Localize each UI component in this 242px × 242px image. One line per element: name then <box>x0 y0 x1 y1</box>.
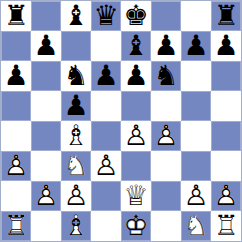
square-d7[interactable] <box>91 31 121 61</box>
black-pawn: ♟ <box>1 61 31 91</box>
white-pawn: ♟ <box>211 181 241 211</box>
white-pawn-outline: ♙ <box>61 181 91 211</box>
square-d6[interactable]: ♟ <box>91 61 121 91</box>
white-rook: ♜ <box>1 211 31 241</box>
square-a3[interactable]: ♟♙ <box>1 151 31 181</box>
white-bishop: ♝ <box>61 121 91 151</box>
square-e7[interactable]: ♝ <box>121 31 151 61</box>
white-pawn: ♟ <box>31 181 61 211</box>
square-b1[interactable] <box>31 211 61 241</box>
black-queen: ♛ <box>91 1 121 31</box>
square-g3[interactable] <box>181 151 211 181</box>
square-d4[interactable] <box>91 121 121 151</box>
square-g5[interactable] <box>181 91 211 121</box>
black-pawn: ♟ <box>211 31 241 61</box>
square-b7[interactable]: ♟ <box>31 31 61 61</box>
black-rook: ♜ <box>1 1 31 31</box>
square-f7[interactable]: ♟ <box>151 31 181 61</box>
square-a4[interactable] <box>1 121 31 151</box>
white-pawn: ♟ <box>91 151 121 181</box>
square-e6[interactable]: ♟ <box>121 61 151 91</box>
square-h1[interactable]: ♜♖ <box>211 211 241 241</box>
white-pawn: ♟ <box>1 151 31 181</box>
white-knight-outline: ♘ <box>61 151 91 181</box>
white-queen: ♛ <box>121 181 151 211</box>
square-g6[interactable] <box>181 61 211 91</box>
square-g8[interactable] <box>181 1 211 31</box>
square-c7[interactable] <box>61 31 91 61</box>
square-f2[interactable] <box>151 181 181 211</box>
white-queen-outline: ♕ <box>121 181 151 211</box>
square-a2[interactable] <box>1 181 31 211</box>
square-a8[interactable]: ♜ <box>1 1 31 31</box>
black-pawn: ♟ <box>181 31 211 61</box>
black-knight: ♞ <box>151 61 181 91</box>
square-c1[interactable]: ♝♗ <box>61 211 91 241</box>
square-b8[interactable] <box>31 1 61 31</box>
black-pawn: ♟ <box>91 61 121 91</box>
square-c3[interactable]: ♞♘ <box>61 151 91 181</box>
white-rook: ♜ <box>211 211 241 241</box>
black-bishop: ♝ <box>121 31 151 61</box>
square-c5[interactable]: ♟ <box>61 91 91 121</box>
square-c2[interactable]: ♟♙ <box>61 181 91 211</box>
square-e8[interactable]: ♚ <box>121 1 151 31</box>
square-c8[interactable]: ♝ <box>61 1 91 31</box>
white-bishop: ♝ <box>61 211 91 241</box>
square-g7[interactable]: ♟ <box>181 31 211 61</box>
white-pawn: ♟ <box>151 121 181 151</box>
square-b2[interactable]: ♟♙ <box>31 181 61 211</box>
white-pawn-outline: ♙ <box>181 181 211 211</box>
square-d2[interactable] <box>91 181 121 211</box>
white-pawn-outline: ♙ <box>211 181 241 211</box>
white-pawn-outline: ♙ <box>151 121 181 151</box>
white-pawn: ♟ <box>121 121 151 151</box>
black-pawn: ♟ <box>151 31 181 61</box>
white-knight: ♞ <box>181 211 211 241</box>
white-pawn-outline: ♙ <box>31 181 61 211</box>
black-pawn: ♟ <box>61 91 91 121</box>
square-f8[interactable] <box>151 1 181 31</box>
white-bishop-outline: ♗ <box>61 211 91 241</box>
white-king-outline: ♔ <box>121 211 151 241</box>
white-king: ♚ <box>121 211 151 241</box>
white-knight: ♞ <box>61 151 91 181</box>
white-pawn: ♟ <box>61 181 91 211</box>
square-f3[interactable] <box>151 151 181 181</box>
black-bishop: ♝ <box>61 1 91 31</box>
square-c6[interactable]: ♞ <box>61 61 91 91</box>
square-e1[interactable]: ♚♔ <box>121 211 151 241</box>
black-knight: ♞ <box>61 61 91 91</box>
square-g4[interactable] <box>181 121 211 151</box>
white-knight-outline: ♘ <box>181 211 211 241</box>
white-bishop-outline: ♗ <box>61 121 91 151</box>
square-h6[interactable] <box>211 61 241 91</box>
square-f5[interactable] <box>151 91 181 121</box>
square-b3[interactable] <box>31 151 61 181</box>
square-a5[interactable] <box>1 91 31 121</box>
square-h3[interactable] <box>211 151 241 181</box>
white-rook-outline: ♖ <box>211 211 241 241</box>
black-pawn: ♟ <box>31 31 61 61</box>
square-g1[interactable]: ♞♘ <box>181 211 211 241</box>
square-a7[interactable] <box>1 31 31 61</box>
square-e3[interactable] <box>121 151 151 181</box>
square-a1[interactable]: ♜♖ <box>1 211 31 241</box>
white-pawn-outline: ♙ <box>121 121 151 151</box>
square-a6[interactable]: ♟ <box>1 61 31 91</box>
white-rook-outline: ♖ <box>1 211 31 241</box>
square-b4[interactable] <box>31 121 61 151</box>
square-f1[interactable] <box>151 211 181 241</box>
white-pawn: ♟ <box>181 181 211 211</box>
chess-board: ♜♝♛♚♜♟♝♟♟♟♟♞♟♟♞♟♝♗♟♙♟♙♟♙♞♘♟♙♟♙♟♙♛♕♟♙♟♙♜♖… <box>0 0 242 242</box>
square-e2[interactable]: ♛♕ <box>121 181 151 211</box>
square-h5[interactable] <box>211 91 241 121</box>
black-pawn: ♟ <box>121 61 151 91</box>
square-d1[interactable] <box>91 211 121 241</box>
square-e5[interactable] <box>121 91 151 121</box>
square-d8[interactable]: ♛ <box>91 1 121 31</box>
square-d5[interactable] <box>91 91 121 121</box>
square-f6[interactable]: ♞ <box>151 61 181 91</box>
square-h8[interactable]: ♜ <box>211 1 241 31</box>
square-f4[interactable]: ♟♙ <box>151 121 181 151</box>
white-pawn-outline: ♙ <box>1 151 31 181</box>
square-c4[interactable]: ♝♗ <box>61 121 91 151</box>
white-pawn-outline: ♙ <box>91 151 121 181</box>
black-king: ♚ <box>121 1 151 31</box>
square-b6[interactable] <box>31 61 61 91</box>
square-e4[interactable]: ♟♙ <box>121 121 151 151</box>
black-rook: ♜ <box>211 1 241 31</box>
square-h2[interactable]: ♟♙ <box>211 181 241 211</box>
square-d3[interactable]: ♟♙ <box>91 151 121 181</box>
square-b5[interactable] <box>31 91 61 121</box>
square-h4[interactable] <box>211 121 241 151</box>
square-g2[interactable]: ♟♙ <box>181 181 211 211</box>
square-h7[interactable]: ♟ <box>211 31 241 61</box>
